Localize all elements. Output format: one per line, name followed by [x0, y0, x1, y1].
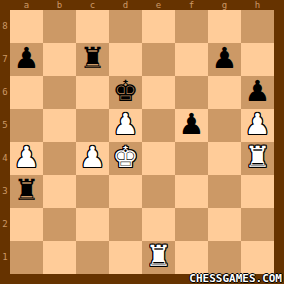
file-label-b: b: [43, 0, 76, 10]
square-a3[interactable]: ♜: [10, 175, 43, 208]
square-a8[interactable]: [10, 10, 43, 43]
square-d1[interactable]: [109, 241, 142, 274]
square-c3[interactable]: [76, 175, 109, 208]
square-a1[interactable]: [10, 241, 43, 274]
square-g4[interactable]: [208, 142, 241, 175]
square-h6[interactable]: ♟: [241, 76, 274, 109]
file-label-f: f: [175, 0, 208, 10]
file-label-a: a: [10, 0, 43, 10]
square-d4[interactable]: ♚: [109, 142, 142, 175]
piece-black-king[interactable]: ♚: [113, 77, 139, 106]
chess-board: ♟♜♟♚♟♟♟♟♟♟♚♜♜♜: [10, 10, 274, 274]
square-d3[interactable]: [109, 175, 142, 208]
square-b4[interactable]: [43, 142, 76, 175]
square-c1[interactable]: [76, 241, 109, 274]
square-a2[interactable]: [10, 208, 43, 241]
square-e1[interactable]: ♜: [142, 241, 175, 274]
square-e2[interactable]: [142, 208, 175, 241]
square-g8[interactable]: [208, 10, 241, 43]
square-f8[interactable]: [175, 10, 208, 43]
file-labels: abcdefgh: [10, 0, 274, 10]
square-f7[interactable]: [175, 43, 208, 76]
square-e3[interactable]: [142, 175, 175, 208]
square-g5[interactable]: [208, 109, 241, 142]
rank-labels: 87654321: [0, 10, 10, 274]
square-h3[interactable]: [241, 175, 274, 208]
square-c6[interactable]: [76, 76, 109, 109]
rank-label-6: 6: [0, 76, 10, 109]
square-a6[interactable]: [10, 76, 43, 109]
piece-white-pawn[interactable]: ♟: [80, 143, 106, 172]
square-f5[interactable]: ♟: [175, 109, 208, 142]
square-b7[interactable]: [43, 43, 76, 76]
square-h7[interactable]: [241, 43, 274, 76]
square-d5[interactable]: ♟: [109, 109, 142, 142]
rank-label-3: 3: [0, 175, 10, 208]
rank-label-7: 7: [0, 43, 10, 76]
square-e4[interactable]: [142, 142, 175, 175]
square-h4[interactable]: ♜: [241, 142, 274, 175]
square-g7[interactable]: ♟: [208, 43, 241, 76]
file-label-h: h: [241, 0, 274, 10]
square-c5[interactable]: [76, 109, 109, 142]
square-b3[interactable]: [43, 175, 76, 208]
square-e7[interactable]: [142, 43, 175, 76]
square-g3[interactable]: [208, 175, 241, 208]
square-d6[interactable]: ♚: [109, 76, 142, 109]
square-h8[interactable]: [241, 10, 274, 43]
piece-black-rook[interactable]: ♜: [80, 44, 106, 73]
square-b6[interactable]: [43, 76, 76, 109]
piece-black-rook[interactable]: ♜: [14, 176, 40, 205]
rank-label-5: 5: [0, 109, 10, 142]
file-label-d: d: [109, 0, 142, 10]
piece-white-pawn[interactable]: ♟: [14, 143, 40, 172]
piece-black-pawn[interactable]: ♟: [14, 44, 40, 73]
rank-label-1: 1: [0, 241, 10, 274]
square-c7[interactable]: ♜: [76, 43, 109, 76]
square-f1[interactable]: [175, 241, 208, 274]
file-label-c: c: [76, 0, 109, 10]
square-b8[interactable]: [43, 10, 76, 43]
file-label-g: g: [208, 0, 241, 10]
square-h1[interactable]: [241, 241, 274, 274]
square-e8[interactable]: [142, 10, 175, 43]
square-g2[interactable]: [208, 208, 241, 241]
square-h5[interactable]: ♟: [241, 109, 274, 142]
square-e5[interactable]: [142, 109, 175, 142]
site-banner: CHESSGAMES.COM: [189, 273, 282, 284]
square-f6[interactable]: [175, 76, 208, 109]
rank-label-8: 8: [0, 10, 10, 43]
square-h2[interactable]: [241, 208, 274, 241]
piece-white-king[interactable]: ♚: [113, 143, 139, 172]
square-c2[interactable]: [76, 208, 109, 241]
square-f4[interactable]: [175, 142, 208, 175]
square-g6[interactable]: [208, 76, 241, 109]
square-b1[interactable]: [43, 241, 76, 274]
square-d7[interactable]: [109, 43, 142, 76]
piece-white-pawn[interactable]: ♟: [113, 110, 139, 139]
rank-label-2: 2: [0, 208, 10, 241]
piece-black-pawn[interactable]: ♟: [245, 77, 271, 106]
square-b5[interactable]: [43, 109, 76, 142]
square-b2[interactable]: [43, 208, 76, 241]
square-e6[interactable]: [142, 76, 175, 109]
square-c4[interactable]: ♟: [76, 142, 109, 175]
square-f3[interactable]: [175, 175, 208, 208]
square-g1[interactable]: [208, 241, 241, 274]
piece-black-pawn[interactable]: ♟: [212, 44, 238, 73]
piece-white-rook[interactable]: ♜: [146, 242, 172, 271]
square-a5[interactable]: [10, 109, 43, 142]
square-f2[interactable]: [175, 208, 208, 241]
square-c8[interactable]: [76, 10, 109, 43]
chess-diagram-frame: abcdefgh 87654321 ♟♜♟♚♟♟♟♟♟♟♚♜♜♜ CHESSGA…: [0, 0, 284, 284]
piece-black-pawn[interactable]: ♟: [179, 110, 205, 139]
piece-white-rook[interactable]: ♜: [245, 143, 271, 172]
piece-white-pawn[interactable]: ♟: [245, 110, 271, 139]
file-label-e: e: [142, 0, 175, 10]
square-d2[interactable]: [109, 208, 142, 241]
square-d8[interactable]: [109, 10, 142, 43]
square-a7[interactable]: ♟: [10, 43, 43, 76]
square-a4[interactable]: ♟: [10, 142, 43, 175]
rank-label-4: 4: [0, 142, 10, 175]
